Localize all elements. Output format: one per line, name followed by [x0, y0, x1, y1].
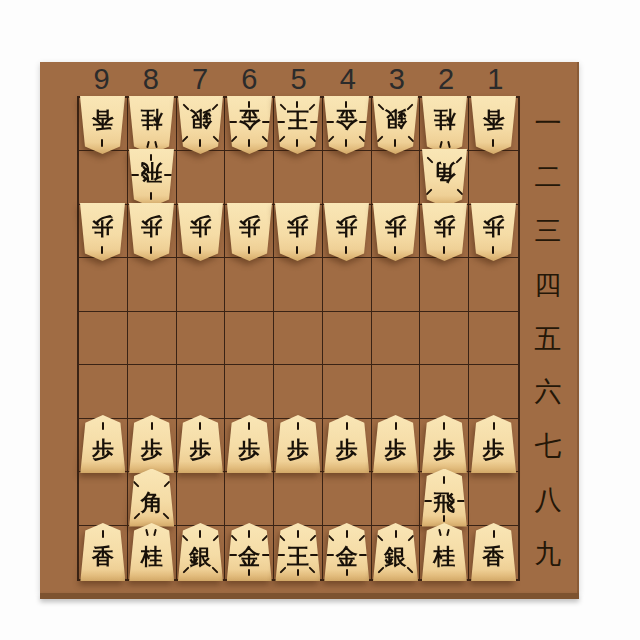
move-mark-s [346, 569, 348, 576]
piece-body[interactable]: 香 [471, 96, 516, 154]
rank-label: 二 [522, 150, 574, 204]
shogi-piece-sente-pawn[interactable]: 歩 [177, 419, 225, 471]
piece-kanji: 歩 [141, 216, 163, 238]
piece-body[interactable]: 歩 [275, 415, 320, 473]
piece-kanji: 銀 [189, 545, 211, 567]
board-cell-25[interactable] [420, 312, 469, 365]
move-mark-se [182, 103, 189, 110]
board-cell-35[interactable] [372, 312, 421, 365]
piece-kanji: 歩 [92, 216, 114, 238]
move-mark-s [248, 569, 250, 576]
move-mark-n [395, 139, 397, 147]
shogi-piece-gote-gold[interactable]: 金 [225, 98, 273, 150]
move-mark-e [229, 121, 237, 123]
piece-kanji: 金 [238, 110, 260, 132]
rank-label: 八 [522, 473, 574, 527]
shogi-piece-sente-pawn[interactable]: 歩 [372, 419, 420, 471]
shogi-piece-gote-knight[interactable]: 桂 [420, 98, 468, 150]
piece-kanji: 歩 [336, 216, 358, 238]
shogi-piece-gote-lance[interactable]: 香 [469, 98, 518, 150]
piece-body[interactable]: 歩 [80, 203, 125, 261]
move-mark-nne [154, 529, 158, 536]
piece-body[interactable]: 金 [227, 523, 272, 581]
piece-body[interactable]: 金 [324, 523, 369, 581]
piece-body[interactable]: 桂 [422, 523, 467, 581]
shogi-piece-gote-pawn[interactable]: 歩 [469, 205, 518, 257]
move-mark-n [199, 530, 201, 538]
move-mark-sw [182, 566, 189, 573]
board-cell-76[interactable] [177, 365, 226, 418]
board-cell-98[interactable] [79, 472, 128, 525]
move-mark-sw [455, 157, 462, 164]
piece-kanji: 歩 [141, 438, 163, 460]
board-cell-64[interactable] [225, 258, 274, 311]
move-mark-w [424, 500, 432, 502]
move-mark-e [310, 554, 318, 556]
move-mark-w [262, 121, 270, 123]
shogi-piece-gote-pawn[interactable]: 歩 [128, 205, 176, 257]
board-cell-99[interactable]: 香 [79, 526, 128, 579]
board-cell-21[interactable]: 桂 [420, 98, 469, 151]
board-cell-69[interactable]: 金 [225, 526, 274, 579]
board-cell-82[interactable]: 飛 [128, 151, 177, 204]
file-label: 7 [175, 62, 224, 96]
move-mark-se [163, 512, 170, 519]
board-cell-41[interactable]: 金 [323, 98, 372, 151]
board-cell-72[interactable] [177, 151, 226, 204]
board-cell-31[interactable]: 銀 [372, 98, 421, 151]
board-cell-59[interactable]: 王 [274, 526, 323, 579]
board-cell-71[interactable]: 銀 [177, 98, 226, 151]
move-mark-n [102, 530, 104, 538]
piece-kanji: 香 [92, 110, 114, 132]
board-cell-19[interactable]: 香 [469, 526, 518, 579]
move-mark-n [443, 422, 445, 430]
move-mark-nw [377, 534, 384, 541]
board-cell-11[interactable]: 香 [469, 98, 518, 151]
board-cell-42[interactable] [323, 151, 372, 204]
piece-kanji: 歩 [385, 438, 407, 460]
piece-body[interactable]: 香 [80, 96, 125, 154]
move-mark-s [297, 569, 299, 576]
move-mark-n [493, 530, 495, 538]
piece-kanji: 銀 [385, 545, 407, 567]
board-cell-87[interactable]: 歩 [128, 419, 177, 472]
file-labels: 987654321 [77, 62, 520, 96]
board-cell-86[interactable] [128, 365, 177, 418]
piece-kanji: 香 [92, 545, 114, 567]
rank-label: 四 [522, 258, 574, 312]
board-cell-93[interactable]: 歩 [79, 205, 128, 258]
shogi-board: 987654321 一二三四五六七八九 香桂銀金王金銀桂香飛角歩歩歩歩歩歩歩歩歩… [40, 62, 579, 593]
move-mark-s [443, 515, 445, 522]
board-cell-14[interactable] [469, 258, 518, 311]
board-cell-53[interactable]: 歩 [274, 205, 323, 258]
piece-body[interactable]: 歩 [471, 415, 516, 473]
move-mark-n [297, 530, 299, 538]
shogi-piece-gote-pawn[interactable]: 歩 [177, 205, 225, 257]
file-label: 1 [471, 62, 520, 96]
rank-label: 三 [522, 204, 574, 258]
piece-kanji: 王 [287, 110, 309, 132]
shogi-piece-gote-pawn[interactable]: 歩 [372, 205, 420, 257]
board-cell-67[interactable]: 歩 [225, 419, 274, 472]
shogi-piece-gote-lance[interactable]: 香 [79, 98, 127, 150]
piece-kanji: 歩 [483, 438, 505, 460]
board-cell-58[interactable] [274, 472, 323, 525]
piece-body[interactable]: 銀 [373, 96, 418, 154]
piece-body[interactable]: 歩 [80, 415, 125, 473]
board-cell-94[interactable] [79, 258, 128, 311]
piece-body[interactable]: 歩 [373, 203, 418, 261]
piece-body[interactable]: 飛 [422, 469, 467, 527]
piece-kanji: 香 [483, 110, 505, 132]
piece-kanji: 歩 [483, 216, 505, 238]
board-cell-43[interactable]: 歩 [323, 205, 372, 258]
piece-kanji: 銀 [189, 110, 211, 132]
board-cell-66[interactable] [225, 365, 274, 418]
piece-body[interactable]: 歩 [422, 415, 467, 473]
shogi-piece-sente-pawn[interactable]: 歩 [420, 419, 468, 471]
board-cell-12[interactable] [469, 151, 518, 204]
move-mark-nw [408, 135, 415, 142]
shogi-piece-sente-knight[interactable]: 桂 [420, 526, 468, 579]
piece-kanji: 角 [433, 163, 455, 185]
board-cell-56[interactable] [274, 365, 323, 418]
move-mark-n [493, 246, 495, 254]
move-mark-e [359, 554, 367, 556]
board-cell-36[interactable] [372, 365, 421, 418]
piece-kanji: 金 [336, 545, 358, 567]
piece-body[interactable]: 飛 [129, 149, 174, 207]
shogi-piece-gote-pawn[interactable]: 歩 [420, 205, 468, 257]
board-cell-84[interactable] [128, 258, 177, 311]
board-cell-44[interactable] [323, 258, 372, 311]
move-mark-nne [146, 141, 150, 148]
rank-labels: 一二三四五六七八九 [522, 96, 574, 581]
board-cell-57[interactable]: 歩 [274, 419, 323, 472]
board-cell-33[interactable]: 歩 [372, 205, 421, 258]
move-mark-n [493, 139, 495, 147]
move-mark-n [151, 422, 153, 430]
piece-body[interactable]: 歩 [471, 203, 516, 261]
board-cell-62[interactable] [225, 151, 274, 204]
move-mark-e [262, 554, 270, 556]
piece-kanji: 角 [141, 491, 163, 513]
board-cell-37[interactable]: 歩 [372, 419, 421, 472]
move-mark-nw [456, 189, 463, 196]
piece-kanji: 歩 [92, 438, 114, 460]
move-mark-n [102, 139, 104, 147]
piece-body[interactable]: 歩 [275, 203, 320, 261]
piece-kanji: 歩 [336, 438, 358, 460]
piece-kanji: 歩 [238, 216, 260, 238]
file-label: 2 [422, 62, 471, 96]
piece-body[interactable]: 桂 [129, 96, 174, 154]
move-mark-n [395, 422, 397, 430]
move-mark-nw [212, 135, 219, 142]
move-mark-se [407, 566, 414, 573]
piece-body[interactable]: 桂 [422, 96, 467, 154]
piece-kanji: 歩 [385, 216, 407, 238]
piece-body[interactable]: 桂 [129, 523, 174, 581]
shogi-piece-gote-pawn[interactable]: 歩 [323, 205, 371, 257]
move-mark-s [248, 101, 250, 108]
board-cell-49[interactable]: 金 [323, 526, 372, 579]
piece-body[interactable]: 歩 [227, 203, 272, 261]
shogi-piece-sente-king[interactable]: 王 [274, 526, 322, 579]
move-mark-n [395, 246, 397, 254]
shogi-piece-gote-knight[interactable]: 桂 [128, 98, 176, 150]
board-cell-83[interactable]: 歩 [128, 205, 177, 258]
move-mark-n [395, 530, 397, 538]
move-mark-nnw [447, 141, 451, 148]
board-cell-68[interactable] [225, 472, 274, 525]
piece-kanji: 歩 [287, 438, 309, 460]
piece-body[interactable]: 歩 [129, 203, 174, 261]
board-cell-96[interactable] [79, 365, 128, 418]
move-mark-nne [446, 529, 450, 536]
board-cell-29[interactable]: 桂 [420, 526, 469, 579]
piece-body[interactable]: 歩 [373, 415, 418, 473]
move-mark-e [457, 500, 465, 502]
piece-body[interactable]: 王 [275, 523, 320, 581]
move-mark-nw [181, 534, 188, 541]
piece-kanji: 歩 [433, 216, 455, 238]
rank-label: 六 [522, 365, 574, 419]
shogi-piece-sente-lance[interactable]: 香 [79, 526, 127, 579]
piece-kanji: 桂 [433, 545, 455, 567]
shogi-piece-sente-pawn[interactable]: 歩 [79, 419, 127, 471]
board-cell-48[interactable] [323, 472, 372, 525]
shogi-piece-gote-rook[interactable]: 飛 [128, 151, 176, 203]
shogi-piece-gote-pawn[interactable]: 歩 [79, 205, 127, 257]
move-mark-n [443, 246, 445, 254]
board-cell-46[interactable] [323, 365, 372, 418]
board-cell-91[interactable]: 香 [79, 98, 128, 151]
shogi-piece-gote-pawn[interactable]: 歩 [225, 205, 273, 257]
board-cell-61[interactable]: 金 [225, 98, 274, 151]
file-label: 9 [77, 62, 126, 96]
board-cell-55[interactable] [274, 312, 323, 365]
board-cell-15[interactable] [469, 312, 518, 365]
board-cell-77[interactable]: 歩 [177, 419, 226, 472]
rank-label: 五 [522, 312, 574, 366]
move-mark-nw [279, 534, 286, 541]
move-mark-w [326, 554, 334, 556]
move-mark-n [297, 422, 299, 430]
board-cell-17[interactable]: 歩 [469, 419, 518, 472]
piece-kanji: 王 [287, 545, 309, 567]
board-cell-23[interactable]: 歩 [420, 205, 469, 258]
board-cell-79[interactable]: 銀 [177, 526, 226, 579]
file-label: 6 [225, 62, 274, 96]
board-cell-88[interactable]: 角 [128, 472, 177, 525]
piece-body[interactable]: 歩 [324, 203, 369, 261]
piece-body[interactable]: 歩 [129, 415, 174, 473]
board-cell-74[interactable] [177, 258, 226, 311]
board-cell-27[interactable]: 歩 [420, 419, 469, 472]
piece-body[interactable]: 銀 [178, 523, 223, 581]
board-cell-38[interactable] [372, 472, 421, 525]
piece-body[interactable]: 歩 [422, 203, 467, 261]
piece-body[interactable]: 歩 [178, 203, 223, 261]
move-mark-n [248, 246, 250, 254]
shogi-piece-gote-gold[interactable]: 金 [323, 98, 371, 150]
move-mark-sw [407, 103, 414, 110]
board-cell-16[interactable] [469, 365, 518, 418]
move-mark-ne [164, 480, 171, 487]
move-mark-n [443, 476, 445, 484]
shogi-piece-sente-rook[interactable]: 飛 [420, 472, 468, 524]
piece-body[interactable]: 王 [275, 96, 320, 154]
move-mark-w [310, 121, 318, 123]
board-cell-26[interactable] [420, 365, 469, 418]
shogi-piece-sente-gold[interactable]: 金 [225, 526, 273, 579]
piece-kanji: 桂 [433, 110, 455, 132]
board-cell-18[interactable] [469, 472, 518, 525]
move-mark-n [199, 246, 201, 254]
piece-kanji: 歩 [287, 216, 309, 238]
board-cell-95[interactable] [79, 312, 128, 365]
piece-kanji: 香 [483, 545, 505, 567]
board-cell-34[interactable] [372, 258, 421, 311]
move-mark-w [229, 554, 237, 556]
shogi-piece-sente-knight[interactable]: 桂 [128, 526, 176, 579]
shogi-piece-gote-pawn[interactable]: 歩 [274, 205, 322, 257]
board-cell-54[interactable] [274, 258, 323, 311]
move-mark-n [199, 139, 201, 147]
piece-body[interactable]: 銀 [373, 523, 418, 581]
move-mark-sw [309, 103, 316, 110]
move-mark-nne [439, 141, 443, 148]
move-mark-nw [133, 480, 140, 487]
move-mark-n [346, 530, 348, 538]
move-mark-nw [359, 135, 366, 142]
piece-body[interactable]: 歩 [178, 415, 223, 473]
piece-kanji: 歩 [189, 216, 211, 238]
move-mark-e [326, 121, 334, 123]
board-cell-22[interactable]: 角 [420, 151, 469, 204]
board-cell-75[interactable] [177, 312, 226, 365]
move-mark-ne [230, 135, 237, 142]
board-cell-63[interactable]: 歩 [225, 205, 274, 258]
move-mark-se [426, 157, 433, 164]
shogi-piece-sente-pawn[interactable]: 歩 [323, 419, 371, 471]
move-mark-nw [230, 534, 237, 541]
piece-body[interactable]: 香 [80, 523, 125, 581]
shogi-piece-gote-bishop[interactable]: 角 [420, 151, 468, 203]
shogi-piece-sente-bishop[interactable]: 角 [128, 472, 176, 524]
shogi-piece-sente-gold[interactable]: 金 [323, 526, 371, 579]
move-mark-se [211, 566, 218, 573]
move-mark-n [297, 139, 299, 147]
move-mark-nw [261, 135, 268, 142]
move-mark-n [248, 139, 250, 147]
shogi-piece-gote-king[interactable]: 王 [274, 98, 322, 150]
board-cell-81[interactable]: 桂 [128, 98, 177, 151]
shogi-piece-sente-pawn[interactable]: 歩 [469, 419, 518, 471]
move-mark-ne [310, 534, 317, 541]
shogi-piece-sente-pawn[interactable]: 歩 [128, 419, 176, 471]
move-mark-w [164, 174, 172, 176]
move-mark-ne [328, 135, 335, 142]
piece-body[interactable]: 角 [129, 469, 174, 527]
board-cell-92[interactable] [79, 151, 128, 204]
board-cell-65[interactable] [225, 312, 274, 365]
board-cell-39[interactable]: 銀 [372, 526, 421, 579]
board-cell-78[interactable] [177, 472, 226, 525]
board-cell-73[interactable]: 歩 [177, 205, 226, 258]
move-mark-n [248, 530, 250, 538]
move-mark-n [346, 422, 348, 430]
move-mark-e [131, 174, 139, 176]
shogi-piece-sente-lance[interactable]: 香 [469, 526, 518, 579]
piece-body[interactable]: 歩 [324, 415, 369, 473]
move-mark-n [297, 246, 299, 254]
piece-kanji: 飛 [433, 491, 455, 513]
board-cell-47[interactable]: 歩 [323, 419, 372, 472]
shogi-piece-sente-pawn[interactable]: 歩 [225, 419, 273, 471]
board-cell-24[interactable] [420, 258, 469, 311]
file-label: 4 [323, 62, 372, 96]
move-mark-nnw [154, 141, 158, 148]
move-mark-ne [359, 534, 366, 541]
piece-kanji: 歩 [433, 438, 455, 460]
shogi-piece-sente-silver[interactable]: 銀 [372, 526, 420, 579]
move-mark-nw [310, 135, 317, 142]
piece-body[interactable]: 銀 [178, 96, 223, 154]
move-mark-n [346, 139, 348, 147]
move-mark-se [309, 566, 316, 573]
board-cell-45[interactable] [323, 312, 372, 365]
board-cell-52[interactable] [274, 151, 323, 204]
file-label: 5 [274, 62, 323, 96]
move-mark-w [277, 554, 285, 556]
rank-label: 九 [522, 527, 574, 581]
board-cell-97[interactable]: 歩 [79, 419, 128, 472]
move-mark-ne [377, 135, 384, 142]
shogi-piece-sente-silver[interactable]: 銀 [177, 526, 225, 579]
piece-kanji: 飛 [141, 163, 163, 185]
file-label: 3 [372, 62, 421, 96]
move-mark-e [277, 121, 285, 123]
board-cell-28[interactable]: 飛 [420, 472, 469, 525]
piece-body[interactable]: 金 [227, 96, 272, 154]
board-cell-51[interactable]: 王 [274, 98, 323, 151]
shogi-piece-gote-silver[interactable]: 銀 [177, 98, 225, 150]
board-cell-32[interactable] [372, 151, 421, 204]
move-mark-ne [408, 534, 415, 541]
move-mark-ne [279, 135, 286, 142]
board-cell-85[interactable] [128, 312, 177, 365]
piece-body[interactable]: 金 [324, 96, 369, 154]
board-cell-13[interactable]: 歩 [469, 205, 518, 258]
move-mark-n [102, 246, 104, 254]
move-mark-sw [378, 566, 385, 573]
piece-body[interactable]: 歩 [227, 415, 272, 473]
shogi-set-photo: 987654321 一二三四五六七八九 香桂銀金王金銀桂香飛角歩歩歩歩歩歩歩歩歩… [0, 0, 640, 640]
board-cell-89[interactable]: 桂 [128, 526, 177, 579]
shogi-piece-gote-silver[interactable]: 銀 [372, 98, 420, 150]
piece-body[interactable]: 香 [471, 523, 516, 581]
shogi-piece-sente-pawn[interactable]: 歩 [274, 419, 322, 471]
piece-body[interactable]: 角 [422, 149, 467, 207]
piece-kanji: 金 [238, 545, 260, 567]
piece-kanji: 歩 [238, 438, 260, 460]
move-mark-w [359, 121, 367, 123]
move-mark-n [199, 422, 201, 430]
